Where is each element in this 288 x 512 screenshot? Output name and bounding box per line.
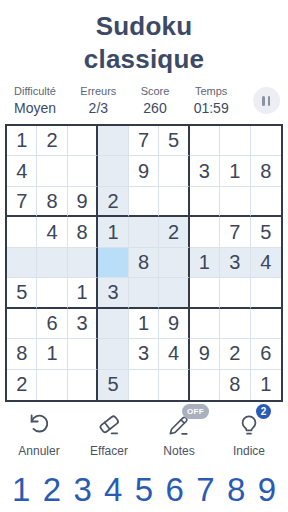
eraser-icon <box>96 412 122 438</box>
cell-r9c5[interactable] <box>129 370 159 400</box>
cell-r4c9[interactable]: 5 <box>251 217 281 247</box>
cell-r7c6[interactable]: 9 <box>159 309 189 339</box>
cell-r1c8[interactable] <box>220 126 250 156</box>
cell-r7c2[interactable]: 6 <box>37 309 67 339</box>
numpad-digit-3[interactable]: 3 <box>73 470 91 510</box>
cell-r6c4[interactable]: 3 <box>98 278 128 308</box>
cell-r6c5[interactable] <box>129 278 159 308</box>
cell-r9c1[interactable]: 2 <box>7 370 37 400</box>
cell-r3c6[interactable] <box>159 187 189 217</box>
cell-r4c1[interactable] <box>7 217 37 247</box>
cell-r2c9[interactable]: 8 <box>251 156 281 186</box>
erase-label: Effacer <box>90 444 128 458</box>
cell-r2c4[interactable] <box>98 156 128 186</box>
numpad-digit-2[interactable]: 2 <box>43 470 61 510</box>
undo-button[interactable]: Annuler <box>4 412 74 458</box>
hint-label: Indice <box>233 444 265 458</box>
cell-r3c2[interactable]: 8 <box>37 187 67 217</box>
cell-r5c1[interactable] <box>7 248 37 278</box>
errors-label: Erreurs <box>80 85 116 97</box>
cell-r7c4[interactable] <box>98 309 128 339</box>
lightbulb-icon: 2 <box>236 412 262 438</box>
cell-r2c6[interactable] <box>159 156 189 186</box>
toolbar: Annuler Effacer <box>4 412 284 458</box>
cell-r8c4[interactable] <box>98 339 128 369</box>
cell-r3c9[interactable] <box>251 187 281 217</box>
cell-r9c4[interactable]: 5 <box>98 370 128 400</box>
cell-r3c7[interactable] <box>190 187 220 217</box>
cell-r6c1[interactable]: 5 <box>7 278 37 308</box>
cell-r7c8[interactable] <box>220 309 250 339</box>
stat-errors: Erreurs 2/3 <box>80 85 116 116</box>
undo-label: Annuler <box>18 444 59 458</box>
cell-r2c2[interactable] <box>37 156 67 186</box>
cell-r1c6[interactable]: 5 <box>159 126 189 156</box>
cell-r4c3[interactable]: 8 <box>68 217 98 247</box>
score-value: 260 <box>143 100 166 116</box>
cell-r9c7[interactable] <box>190 370 220 400</box>
notes-button[interactable]: OFF Notes <box>144 412 214 458</box>
cell-r1c1[interactable]: 1 <box>7 126 37 156</box>
cell-r1c7[interactable] <box>190 126 220 156</box>
cell-r9c8[interactable]: 8 <box>220 370 250 400</box>
numpad-digit-6[interactable]: 6 <box>166 470 184 510</box>
cell-r3c1[interactable]: 7 <box>7 187 37 217</box>
time-label: Temps <box>195 85 227 97</box>
cell-r8c6[interactable]: 4 <box>159 339 189 369</box>
cell-r7c9[interactable] <box>251 309 281 339</box>
erase-button[interactable]: Effacer <box>74 412 144 458</box>
cell-r3c5[interactable] <box>129 187 159 217</box>
stat-time: Temps 01:59 <box>194 85 229 116</box>
errors-value: 2/3 <box>89 100 108 116</box>
numpad-digit-7[interactable]: 7 <box>196 470 214 510</box>
page-title: Sudoku classique <box>44 10 244 76</box>
stat-difficulty: Difficulté Moyen <box>14 85 56 116</box>
cell-r8c3[interactable] <box>68 339 98 369</box>
sudoku-grid: 1275493187892481275813451363198134926258… <box>5 124 283 402</box>
pause-icon <box>262 96 265 106</box>
hint-count-badge: 2 <box>256 404 271 419</box>
cell-r1c4[interactable] <box>98 126 128 156</box>
cell-r5c5[interactable]: 8 <box>129 248 159 278</box>
cell-r4c6[interactable]: 2 <box>159 217 189 247</box>
cell-r3c3[interactable]: 9 <box>68 187 98 217</box>
cell-r8c9[interactable]: 6 <box>251 339 281 369</box>
cell-r2c8[interactable]: 1 <box>220 156 250 186</box>
cell-r5c8[interactable]: 3 <box>220 248 250 278</box>
cell-r5c6[interactable] <box>159 248 189 278</box>
numpad-digit-8[interactable]: 8 <box>227 470 245 510</box>
cell-r6c7[interactable] <box>190 278 220 308</box>
cell-r5c7[interactable]: 1 <box>190 248 220 278</box>
cell-r6c6[interactable] <box>159 278 189 308</box>
cell-r3c8[interactable] <box>220 187 250 217</box>
cell-r8c7[interactable]: 9 <box>190 339 220 369</box>
cell-r5c2[interactable] <box>37 248 67 278</box>
difficulty-label: Difficulté <box>14 85 56 97</box>
cell-r2c3[interactable] <box>68 156 98 186</box>
cell-r2c7[interactable]: 3 <box>190 156 220 186</box>
pause-button[interactable] <box>253 87 280 114</box>
numpad-digit-4[interactable]: 4 <box>104 470 122 510</box>
cell-r1c5[interactable]: 7 <box>129 126 159 156</box>
time-value: 01:59 <box>194 100 229 116</box>
difficulty-value: Moyen <box>14 100 56 116</box>
score-label: Score <box>141 85 170 97</box>
cell-r5c4[interactable] <box>98 248 128 278</box>
cell-r3c4[interactable]: 2 <box>98 187 128 217</box>
cell-r4c2[interactable]: 4 <box>37 217 67 247</box>
cell-r4c7[interactable] <box>190 217 220 247</box>
stats-bar: Difficulté Moyen Erreurs 2/3 Score 260 T… <box>14 85 280 116</box>
cell-r6c8[interactable] <box>220 278 250 308</box>
numpad: 123456789 <box>0 470 288 510</box>
pencil-icon: OFF <box>166 412 192 438</box>
cell-r9c9[interactable]: 1 <box>251 370 281 400</box>
numpad-digit-9[interactable]: 9 <box>258 470 276 510</box>
cell-r1c2[interactable]: 2 <box>37 126 67 156</box>
cell-r5c3[interactable] <box>68 248 98 278</box>
cell-r8c2[interactable]: 1 <box>37 339 67 369</box>
cell-r7c5[interactable]: 1 <box>129 309 159 339</box>
hint-button[interactable]: 2 Indice <box>214 412 284 458</box>
notes-off-badge: OFF <box>182 404 209 419</box>
cell-r4c8[interactable]: 7 <box>220 217 250 247</box>
cell-r2c5[interactable]: 9 <box>129 156 159 186</box>
cell-r6c2[interactable] <box>37 278 67 308</box>
cell-r2c1[interactable]: 4 <box>7 156 37 186</box>
cell-r5c9[interactable]: 4 <box>251 248 281 278</box>
notes-label: Notes <box>163 444 194 458</box>
cell-r1c3[interactable] <box>68 126 98 156</box>
cell-r6c3[interactable]: 1 <box>68 278 98 308</box>
cell-r9c6[interactable] <box>159 370 189 400</box>
cell-r1c9[interactable] <box>251 126 281 156</box>
cell-r9c2[interactable] <box>37 370 67 400</box>
cell-r8c1[interactable]: 8 <box>7 339 37 369</box>
stat-score: Score 260 <box>141 85 170 116</box>
cell-r7c7[interactable] <box>190 309 220 339</box>
cell-r4c4[interactable]: 1 <box>98 217 128 247</box>
cell-r8c5[interactable]: 3 <box>129 339 159 369</box>
undo-icon <box>26 412 52 438</box>
app-screen: Sudoku classique Difficulté Moyen Erreur… <box>0 0 288 512</box>
cell-r8c8[interactable]: 2 <box>220 339 250 369</box>
cell-r7c1[interactable] <box>7 309 37 339</box>
cell-r4c5[interactable] <box>129 217 159 247</box>
cell-r9c3[interactable] <box>68 370 98 400</box>
numpad-digit-1[interactable]: 1 <box>12 470 30 510</box>
cell-r7c3[interactable]: 3 <box>68 309 98 339</box>
numpad-digit-5[interactable]: 5 <box>135 470 153 510</box>
cell-r6c9[interactable] <box>251 278 281 308</box>
